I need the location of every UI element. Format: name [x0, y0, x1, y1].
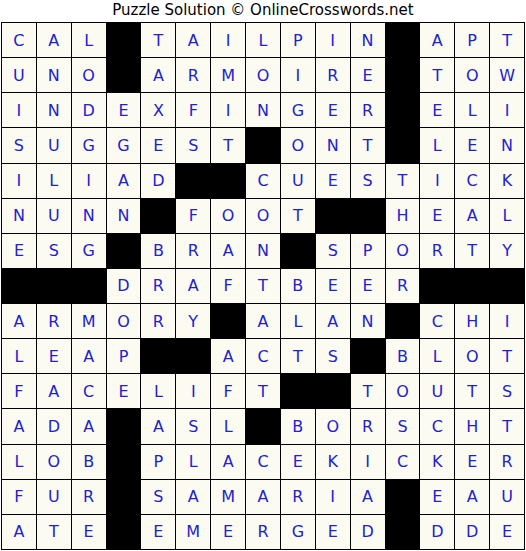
grid-cell: E: [107, 93, 141, 127]
grid-cell: B: [72, 445, 106, 479]
grid-cell: T: [490, 409, 524, 443]
grid-cell: E: [351, 269, 385, 303]
grid-cell: U: [37, 199, 71, 233]
crossword-grid: CALTAILPINAPTUNOARMOIRETOWINDEXFINGERELI…: [1, 22, 525, 550]
grid-cell: S: [141, 480, 175, 514]
grid-cell: A: [72, 409, 106, 443]
grid-cell: B: [281, 409, 315, 443]
grid-cell: T: [351, 128, 385, 162]
grid-cell: A: [211, 445, 245, 479]
grid-cell: E: [455, 445, 489, 479]
grid-cell: T: [281, 199, 315, 233]
grid-cell: C: [2, 23, 36, 57]
grid-cell: L: [455, 93, 489, 127]
grid-cell: C: [420, 304, 454, 338]
grid-cell: C: [420, 409, 454, 443]
grid-cell: G: [72, 234, 106, 268]
grid-cell: M: [72, 304, 106, 338]
grid-cell: O: [455, 339, 489, 373]
grid-cell: A: [107, 164, 141, 198]
black-cell: [107, 409, 141, 443]
grid-cell: P: [141, 445, 175, 479]
grid-cell: N: [246, 93, 280, 127]
grid-cell: T: [211, 128, 245, 162]
grid-cell: N: [2, 199, 36, 233]
grid-cell: G: [72, 128, 106, 162]
grid-cell: A: [455, 480, 489, 514]
grid-cell: X: [141, 93, 175, 127]
grid-cell: I: [211, 23, 245, 57]
grid-cell: G: [107, 128, 141, 162]
grid-cell: D: [351, 515, 385, 549]
grid-cell: S: [2, 128, 36, 162]
grid-cell: I: [2, 93, 36, 127]
grid-cell: R: [141, 304, 175, 338]
black-cell: [246, 128, 280, 162]
grid-cell: S: [176, 409, 210, 443]
grid-cell: A: [2, 304, 36, 338]
grid-cell: O: [386, 374, 420, 408]
grid-cell: O: [246, 58, 280, 92]
grid-cell: D: [141, 164, 175, 198]
grid-cell: A: [2, 409, 36, 443]
grid-cell: L: [37, 164, 71, 198]
grid-cell: M: [176, 515, 210, 549]
grid-cell: R: [37, 304, 71, 338]
black-cell: [107, 445, 141, 479]
grid-cell: N: [316, 128, 350, 162]
grid-cell: U: [490, 480, 524, 514]
grid-cell: T: [141, 23, 175, 57]
grid-cell: B: [386, 339, 420, 373]
black-cell: [2, 269, 36, 303]
grid-cell: I: [316, 480, 350, 514]
black-cell: [386, 515, 420, 549]
grid-cell: T: [420, 58, 454, 92]
grid-cell: A: [37, 23, 71, 57]
black-cell: [386, 58, 420, 92]
grid-cell: R: [72, 480, 106, 514]
black-cell: [141, 199, 175, 233]
grid-cell: D: [420, 515, 454, 549]
grid-cell: S: [351, 164, 385, 198]
grid-cell: W: [490, 58, 524, 92]
grid-cell: A: [246, 304, 280, 338]
grid-cell: K: [316, 445, 350, 479]
grid-cell: R: [176, 234, 210, 268]
grid-cell: L: [72, 23, 106, 57]
grid-cell: Y: [490, 234, 524, 268]
black-cell: [211, 164, 245, 198]
grid-cell: N: [72, 199, 106, 233]
black-cell: [490, 269, 524, 303]
grid-cell: I: [420, 164, 454, 198]
grid-cell: E: [281, 445, 315, 479]
black-cell: [386, 128, 420, 162]
grid-cell: S: [316, 339, 350, 373]
grid-cell: N: [246, 234, 280, 268]
grid-cell: O: [386, 234, 420, 268]
grid-cell: S: [386, 409, 420, 443]
grid-cell: L: [2, 339, 36, 373]
black-cell: [386, 304, 420, 338]
grid-cell: U: [37, 480, 71, 514]
grid-cell: A: [455, 199, 489, 233]
black-cell: [211, 304, 245, 338]
grid-cell: F: [176, 199, 210, 233]
grid-cell: I: [72, 164, 106, 198]
grid-cell: U: [281, 164, 315, 198]
grid-cell: B: [281, 269, 315, 303]
grid-cell: E: [316, 164, 350, 198]
grid-cell: R: [386, 269, 420, 303]
black-cell: [281, 234, 315, 268]
black-cell: [141, 339, 175, 373]
grid-cell: L: [176, 445, 210, 479]
grid-cell: H: [386, 199, 420, 233]
grid-cell: F: [2, 374, 36, 408]
grid-cell: T: [246, 374, 280, 408]
grid-cell: Y: [176, 304, 210, 338]
grid-cell: S: [176, 128, 210, 162]
grid-cell: F: [211, 374, 245, 408]
grid-cell: S: [316, 234, 350, 268]
black-cell: [107, 480, 141, 514]
grid-cell: O: [246, 199, 280, 233]
black-cell: [455, 269, 489, 303]
black-cell: [316, 374, 350, 408]
grid-cell: H: [455, 409, 489, 443]
grid-cell: E: [420, 480, 454, 514]
black-cell: [107, 515, 141, 549]
grid-cell: G: [281, 93, 315, 127]
grid-cell: L: [2, 445, 36, 479]
grid-cell: T: [37, 515, 71, 549]
grid-cell: S: [37, 234, 71, 268]
grid-cell: A: [141, 409, 175, 443]
grid-cell: R: [176, 58, 210, 92]
grid-cell: N: [107, 199, 141, 233]
grid-cell: L: [420, 128, 454, 162]
grid-cell: A: [211, 234, 245, 268]
grid-cell: D: [107, 269, 141, 303]
grid-cell: P: [455, 23, 489, 57]
grid-cell: C: [246, 164, 280, 198]
grid-cell: E: [351, 58, 385, 92]
grid-cell: E: [37, 339, 71, 373]
grid-cell: P: [107, 339, 141, 373]
grid-cell: E: [316, 269, 350, 303]
black-cell: [107, 58, 141, 92]
grid-cell: O: [107, 304, 141, 338]
grid-cell: L: [211, 409, 245, 443]
grid-cell: E: [141, 515, 175, 549]
grid-cell: C: [246, 339, 280, 373]
grid-cell: T: [455, 374, 489, 408]
grid-cell: E: [211, 515, 245, 549]
grid-cell: N: [37, 93, 71, 127]
grid-cell: I: [316, 23, 350, 57]
grid-cell: M: [211, 58, 245, 92]
black-cell: [246, 409, 280, 443]
grid-cell: I: [176, 374, 210, 408]
grid-cell: T: [490, 339, 524, 373]
grid-cell: F: [2, 480, 36, 514]
grid-cell: H: [455, 304, 489, 338]
grid-cell: A: [316, 304, 350, 338]
black-cell: [176, 339, 210, 373]
grid-cell: E: [420, 93, 454, 127]
grid-cell: A: [2, 515, 36, 549]
grid-cell: E: [72, 515, 106, 549]
grid-cell: A: [141, 58, 175, 92]
black-cell: [316, 199, 350, 233]
black-cell: [176, 164, 210, 198]
grid-cell: T: [351, 374, 385, 408]
grid-cell: E: [316, 515, 350, 549]
grid-cell: L: [281, 304, 315, 338]
grid-cell: A: [351, 480, 385, 514]
grid-cell: I: [211, 93, 245, 127]
grid-cell: T: [455, 234, 489, 268]
grid-cell: L: [246, 23, 280, 57]
grid-cell: I: [490, 304, 524, 338]
grid-cell: D: [455, 515, 489, 549]
grid-cell: O: [455, 58, 489, 92]
grid-cell: A: [211, 339, 245, 373]
black-cell: [72, 269, 106, 303]
grid-cell: O: [316, 409, 350, 443]
grid-cell: N: [351, 304, 385, 338]
grid-cell: F: [211, 269, 245, 303]
grid-cell: E: [420, 199, 454, 233]
black-cell: [386, 93, 420, 127]
grid-cell: M: [211, 480, 245, 514]
grid-cell: A: [37, 374, 71, 408]
grid-cell: D: [37, 409, 71, 443]
grid-cell: I: [281, 58, 315, 92]
grid-cell: U: [37, 128, 71, 162]
grid-cell: L: [420, 339, 454, 373]
puzzle-solution-page: { "header": { "title": "Puzzle Solution …: [0, 0, 526, 551]
grid-cell: R: [316, 58, 350, 92]
grid-cell: I: [351, 445, 385, 479]
grid-cell: R: [351, 93, 385, 127]
black-cell: [351, 339, 385, 373]
page-title: Puzzle Solution © OnlineCrosswords.net: [0, 0, 526, 22]
grid-cell: I: [490, 93, 524, 127]
grid-cell: L: [141, 374, 175, 408]
grid-cell: A: [246, 480, 280, 514]
grid-cell: D: [72, 93, 106, 127]
grid-cell: C: [72, 374, 106, 408]
grid-cell: O: [72, 58, 106, 92]
grid-cell: T: [490, 23, 524, 57]
grid-cell: I: [2, 164, 36, 198]
grid-cell: A: [176, 480, 210, 514]
black-cell: [107, 23, 141, 57]
black-cell: [281, 374, 315, 408]
black-cell: [386, 480, 420, 514]
grid-cell: A: [176, 269, 210, 303]
grid-cell: U: [420, 374, 454, 408]
grid-cell: N: [490, 128, 524, 162]
grid-cell: R: [351, 409, 385, 443]
grid-cell: R: [141, 269, 175, 303]
grid-cell: R: [246, 515, 280, 549]
grid-cell: K: [420, 445, 454, 479]
grid-cell: C: [455, 164, 489, 198]
grid-cell: E: [141, 128, 175, 162]
grid-cell: U: [2, 58, 36, 92]
grid-cell: T: [246, 269, 280, 303]
grid-cell: N: [37, 58, 71, 92]
black-cell: [37, 269, 71, 303]
grid-cell: L: [490, 199, 524, 233]
grid-cell: R: [281, 480, 315, 514]
black-cell: [420, 269, 454, 303]
grid-cell: B: [141, 234, 175, 268]
grid-cell: E: [107, 374, 141, 408]
grid-cell: R: [420, 234, 454, 268]
grid-cell: K: [490, 164, 524, 198]
grid-cell: O: [281, 128, 315, 162]
grid-cell: O: [37, 445, 71, 479]
grid-cell: S: [490, 374, 524, 408]
black-cell: [107, 234, 141, 268]
grid-cell: O: [211, 199, 245, 233]
black-cell: [386, 23, 420, 57]
grid-cell: F: [176, 93, 210, 127]
grid-cell: E: [490, 515, 524, 549]
grid-cell: G: [281, 515, 315, 549]
grid-cell: E: [316, 93, 350, 127]
grid-cell: C: [386, 445, 420, 479]
grid-cell: A: [420, 23, 454, 57]
grid-cell: P: [351, 234, 385, 268]
grid-cell: T: [281, 339, 315, 373]
grid-cell: C: [246, 445, 280, 479]
grid-cell: P: [281, 23, 315, 57]
grid-cell: T: [386, 164, 420, 198]
grid-cell: A: [176, 23, 210, 57]
grid-cell: R: [490, 445, 524, 479]
black-cell: [351, 199, 385, 233]
grid-cell: N: [351, 23, 385, 57]
grid-cell: E: [455, 128, 489, 162]
grid-cell: A: [72, 339, 106, 373]
grid-cell: E: [2, 234, 36, 268]
